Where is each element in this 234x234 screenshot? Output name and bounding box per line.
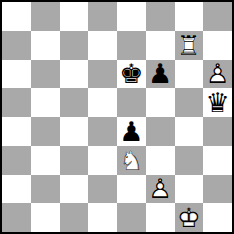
square-a3[interactable] (2, 146, 31, 175)
white-rook: ♖ (175, 31, 204, 60)
square-b2[interactable] (31, 175, 60, 204)
square-b7[interactable] (31, 31, 60, 60)
square-a4[interactable] (2, 117, 31, 146)
square-h7[interactable] (203, 31, 232, 60)
black-king: ♚ (117, 60, 146, 89)
square-h4[interactable] (203, 117, 232, 146)
white-knight-fill: ♞ (117, 146, 146, 175)
square-d1[interactable] (88, 203, 117, 232)
square-f5[interactable] (146, 88, 175, 117)
white-rook-fill: ♜ (175, 31, 204, 60)
chess-board: ♜♖♚♟♟♙♛♟♞♘♟♙♚♔ (0, 0, 234, 234)
square-c5[interactable] (60, 88, 89, 117)
square-g2[interactable] (175, 175, 204, 204)
square-f1[interactable] (146, 203, 175, 232)
square-g8[interactable] (175, 2, 204, 31)
square-c2[interactable] (60, 175, 89, 204)
square-g4[interactable] (175, 117, 204, 146)
square-e7[interactable] (117, 31, 146, 60)
white-king-fill: ♚ (175, 203, 204, 232)
square-d4[interactable] (88, 117, 117, 146)
square-c1[interactable] (60, 203, 89, 232)
square-f4[interactable] (146, 117, 175, 146)
square-c7[interactable] (60, 31, 89, 60)
black-pawn: ♟ (117, 117, 146, 146)
square-g3[interactable] (175, 146, 204, 175)
square-h6[interactable]: ♟♙ (203, 60, 232, 89)
black-pawn: ♟ (146, 60, 175, 89)
square-e5[interactable] (117, 88, 146, 117)
square-b1[interactable] (31, 203, 60, 232)
square-a2[interactable] (2, 175, 31, 204)
square-f2[interactable]: ♟♙ (146, 175, 175, 204)
square-a8[interactable] (2, 2, 31, 31)
square-f8[interactable] (146, 2, 175, 31)
square-h5[interactable]: ♛ (203, 88, 232, 117)
white-pawn-fill: ♟ (146, 175, 175, 204)
square-f6[interactable]: ♟ (146, 60, 175, 89)
white-pawn-fill: ♟ (203, 60, 232, 89)
square-a7[interactable] (2, 31, 31, 60)
square-b4[interactable] (31, 117, 60, 146)
white-pawn: ♙ (203, 60, 232, 89)
square-e4[interactable]: ♟ (117, 117, 146, 146)
square-b5[interactable] (31, 88, 60, 117)
white-king: ♔ (175, 203, 204, 232)
square-d3[interactable] (88, 146, 117, 175)
square-h3[interactable] (203, 146, 232, 175)
square-b8[interactable] (31, 2, 60, 31)
square-d6[interactable] (88, 60, 117, 89)
square-f3[interactable] (146, 146, 175, 175)
square-a6[interactable] (2, 60, 31, 89)
square-b6[interactable] (31, 60, 60, 89)
square-d8[interactable] (88, 2, 117, 31)
square-g6[interactable] (175, 60, 204, 89)
square-f7[interactable] (146, 31, 175, 60)
square-h8[interactable] (203, 2, 232, 31)
square-a5[interactable] (2, 88, 31, 117)
square-g7[interactable]: ♜♖ (175, 31, 204, 60)
white-knight: ♘ (117, 146, 146, 175)
square-c8[interactable] (60, 2, 89, 31)
black-queen: ♛ (203, 88, 232, 117)
square-e2[interactable] (117, 175, 146, 204)
square-d2[interactable] (88, 175, 117, 204)
square-c6[interactable] (60, 60, 89, 89)
square-h2[interactable] (203, 175, 232, 204)
square-c4[interactable] (60, 117, 89, 146)
square-b3[interactable] (31, 146, 60, 175)
square-a1[interactable] (2, 203, 31, 232)
square-d5[interactable] (88, 88, 117, 117)
square-g5[interactable] (175, 88, 204, 117)
square-c3[interactable] (60, 146, 89, 175)
square-e6[interactable]: ♚ (117, 60, 146, 89)
white-pawn: ♙ (146, 175, 175, 204)
square-h1[interactable] (203, 203, 232, 232)
square-d7[interactable] (88, 31, 117, 60)
square-e3[interactable]: ♞♘ (117, 146, 146, 175)
square-g1[interactable]: ♚♔ (175, 203, 204, 232)
square-e8[interactable] (117, 2, 146, 31)
square-e1[interactable] (117, 203, 146, 232)
